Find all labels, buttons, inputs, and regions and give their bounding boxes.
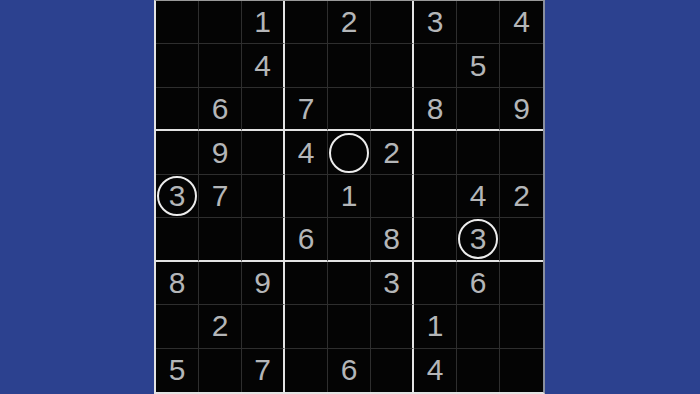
page-background: 1234456789942371426838936215764: [0, 0, 700, 394]
cell-r8c6[interactable]: [371, 305, 414, 348]
cell-r9c8[interactable]: [457, 349, 500, 392]
cell-r5c1[interactable]: 3: [156, 175, 199, 218]
circle-annotation: [329, 133, 369, 173]
digit: 6: [212, 94, 229, 124]
cell-r6c1[interactable]: [156, 218, 199, 261]
cell-r6c5[interactable]: [328, 218, 371, 261]
cell-r8c8[interactable]: [457, 305, 500, 348]
cell-r5c4[interactable]: [285, 175, 328, 218]
cell-r3c5[interactable]: [328, 88, 371, 131]
cell-r5c8[interactable]: 4: [457, 175, 500, 218]
cell-r6c3[interactable]: [242, 218, 285, 261]
cell-r4c2[interactable]: 9: [199, 131, 242, 174]
cell-r6c9[interactable]: [500, 218, 543, 261]
cell-r8c5[interactable]: [328, 305, 371, 348]
digit: 2: [513, 181, 530, 211]
digit: 9: [513, 94, 530, 124]
cell-r6c7[interactable]: [414, 218, 457, 261]
cell-r9c7[interactable]: 4: [414, 349, 457, 392]
cell-r2c7[interactable]: [414, 44, 457, 87]
cell-r5c6[interactable]: [371, 175, 414, 218]
digit: 7: [298, 94, 315, 124]
cell-r5c7[interactable]: [414, 175, 457, 218]
cell-r7c3[interactable]: 9: [242, 262, 285, 305]
cell-r2c3[interactable]: 4: [242, 44, 285, 87]
digit: 2: [212, 311, 229, 341]
cell-r9c9[interactable]: [500, 349, 543, 392]
cell-r9c4[interactable]: [285, 349, 328, 392]
cell-r9c3[interactable]: 7: [242, 349, 285, 392]
digit: 1: [254, 7, 271, 37]
cell-r4c9[interactable]: [500, 131, 543, 174]
digit: 8: [383, 224, 400, 254]
digit: 9: [254, 268, 271, 298]
digit: 4: [427, 355, 444, 385]
cell-r7c5[interactable]: [328, 262, 371, 305]
digit: 4: [298, 138, 315, 168]
digit: 1: [427, 311, 444, 341]
cell-r2c5[interactable]: [328, 44, 371, 87]
digit: 4: [513, 7, 530, 37]
digit: 8: [169, 268, 186, 298]
cell-r8c7[interactable]: 1: [414, 305, 457, 348]
cell-r9c5[interactable]: 6: [328, 349, 371, 392]
cell-r9c6[interactable]: [371, 349, 414, 392]
cell-r5c9[interactable]: 2: [500, 175, 543, 218]
cell-r7c1[interactable]: 8: [156, 262, 199, 305]
digit: 1: [341, 181, 358, 211]
digit: 3: [383, 268, 400, 298]
cell-r2c8[interactable]: 5: [457, 44, 500, 87]
cell-r5c3[interactable]: [242, 175, 285, 218]
cell-r3c3[interactable]: [242, 88, 285, 131]
cell-r8c1[interactable]: [156, 305, 199, 348]
cell-r8c9[interactable]: [500, 305, 543, 348]
cell-r7c6[interactable]: 3: [371, 262, 414, 305]
cell-r6c8[interactable]: 3: [457, 218, 500, 261]
cell-r1c5[interactable]: 2: [328, 1, 371, 44]
cell-r3c2[interactable]: 6: [199, 88, 242, 131]
cell-r7c2[interactable]: [199, 262, 242, 305]
digit: 8: [427, 94, 444, 124]
cell-r6c4[interactable]: 6: [285, 218, 328, 261]
cell-r1c9[interactable]: 4: [500, 1, 543, 44]
cell-r7c4[interactable]: [285, 262, 328, 305]
digit: 3: [427, 7, 444, 37]
cell-r2c1[interactable]: [156, 44, 199, 87]
cell-r3c9[interactable]: 9: [500, 88, 543, 131]
cell-r4c1[interactable]: [156, 131, 199, 174]
cell-r4c5[interactable]: [328, 131, 371, 174]
cell-r3c4[interactable]: 7: [285, 88, 328, 131]
digit: 6: [341, 355, 358, 385]
cell-r5c5[interactable]: 1: [328, 175, 371, 218]
cell-r1c3[interactable]: 1: [242, 1, 285, 44]
cell-r9c2[interactable]: [199, 349, 242, 392]
digit: 9: [212, 138, 229, 168]
cell-r2c6[interactable]: [371, 44, 414, 87]
digit: 4: [470, 181, 487, 211]
cell-r8c4[interactable]: [285, 305, 328, 348]
cell-r1c6[interactable]: [371, 1, 414, 44]
cell-r1c1[interactable]: [156, 1, 199, 44]
cell-r5c2[interactable]: 7: [199, 175, 242, 218]
digit: 3: [470, 224, 487, 254]
cell-r2c4[interactable]: [285, 44, 328, 87]
digit: 3: [169, 181, 186, 211]
cell-r1c4[interactable]: [285, 1, 328, 44]
cell-r1c7[interactable]: 3: [414, 1, 457, 44]
digit: 2: [383, 138, 400, 168]
digit: 4: [254, 51, 271, 81]
cell-r3c8[interactable]: [457, 88, 500, 131]
cell-r8c3[interactable]: [242, 305, 285, 348]
sudoku-board: 1234456789942371426838936215764: [154, 0, 545, 394]
cell-r1c8[interactable]: [457, 1, 500, 44]
cell-r7c9[interactable]: [500, 262, 543, 305]
cell-r4c6[interactable]: 2: [371, 131, 414, 174]
cell-r7c7[interactable]: [414, 262, 457, 305]
cell-r6c6[interactable]: 8: [371, 218, 414, 261]
digit: 7: [212, 181, 229, 211]
cell-r3c7[interactable]: 8: [414, 88, 457, 131]
cell-r9c1[interactable]: 5: [156, 349, 199, 392]
cell-r1c2[interactable]: [199, 1, 242, 44]
cell-r8c2[interactable]: 2: [199, 305, 242, 348]
digit: 5: [169, 355, 186, 385]
cell-r4c7[interactable]: [414, 131, 457, 174]
digit: 6: [298, 224, 315, 254]
cell-r4c4[interactable]: 4: [285, 131, 328, 174]
cell-r6c2[interactable]: [199, 218, 242, 261]
digit: 2: [341, 7, 358, 37]
cell-r3c1[interactable]: [156, 88, 199, 131]
digit: 6: [470, 268, 487, 298]
cell-r2c2[interactable]: [199, 44, 242, 87]
cell-r7c8[interactable]: 6: [457, 262, 500, 305]
digit: 5: [470, 51, 487, 81]
cell-r4c8[interactable]: [457, 131, 500, 174]
cell-r4c3[interactable]: [242, 131, 285, 174]
cell-r3c6[interactable]: [371, 88, 414, 131]
cell-r2c9[interactable]: [500, 44, 543, 87]
digit: 7: [254, 355, 271, 385]
